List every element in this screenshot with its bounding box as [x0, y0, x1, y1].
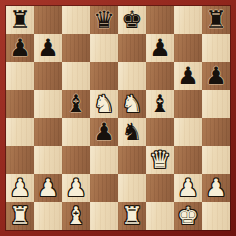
square-a4[interactable] — [6, 118, 34, 146]
square-h5[interactable] — [202, 90, 230, 118]
square-g2[interactable]: ♟ — [174, 174, 202, 202]
square-h6[interactable]: ♟ — [202, 62, 230, 90]
square-a3[interactable] — [6, 146, 34, 174]
square-h8[interactable]: ♜ — [202, 6, 230, 34]
square-b7[interactable]: ♟ — [34, 34, 62, 62]
black-king-e8[interactable]: ♚ — [121, 6, 143, 34]
square-e1[interactable]: ♜ — [118, 202, 146, 230]
square-a7[interactable]: ♟ — [6, 34, 34, 62]
white-knight-d5[interactable]: ♞ — [93, 90, 115, 118]
black-rook-h8[interactable]: ♜ — [205, 6, 227, 34]
square-g3[interactable] — [174, 146, 202, 174]
board-frame: ♜♛♚♜♟♟♟♟♟♝♞♞♝♟♞♛♟♟♟♟♟♜♝♜♚ — [0, 0, 236, 236]
square-b4[interactable] — [34, 118, 62, 146]
square-d6[interactable] — [90, 62, 118, 90]
square-f1[interactable] — [146, 202, 174, 230]
square-e3[interactable] — [118, 146, 146, 174]
square-g7[interactable] — [174, 34, 202, 62]
square-f5[interactable]: ♝ — [146, 90, 174, 118]
square-h2[interactable]: ♟ — [202, 174, 230, 202]
square-b6[interactable] — [34, 62, 62, 90]
square-d4[interactable]: ♟ — [90, 118, 118, 146]
square-f6[interactable] — [146, 62, 174, 90]
square-c6[interactable] — [62, 62, 90, 90]
white-bishop-c1[interactable]: ♝ — [65, 202, 87, 230]
square-h7[interactable] — [202, 34, 230, 62]
square-d8[interactable]: ♛ — [90, 6, 118, 34]
square-h1[interactable] — [202, 202, 230, 230]
black-pawn-a7[interactable]: ♟ — [9, 34, 31, 62]
square-d3[interactable] — [90, 146, 118, 174]
square-c7[interactable] — [62, 34, 90, 62]
square-d2[interactable] — [90, 174, 118, 202]
square-e4[interactable]: ♞ — [118, 118, 146, 146]
black-pawn-d4[interactable]: ♟ — [93, 118, 115, 146]
square-c4[interactable] — [62, 118, 90, 146]
square-e5[interactable]: ♞ — [118, 90, 146, 118]
square-d7[interactable] — [90, 34, 118, 62]
white-king-g1[interactable]: ♚ — [177, 202, 199, 230]
square-c3[interactable] — [62, 146, 90, 174]
square-a6[interactable] — [6, 62, 34, 90]
square-h3[interactable] — [202, 146, 230, 174]
white-rook-e1[interactable]: ♜ — [121, 202, 143, 230]
square-a5[interactable] — [6, 90, 34, 118]
white-pawn-a2[interactable]: ♟ — [9, 174, 31, 202]
square-b8[interactable] — [34, 6, 62, 34]
square-b3[interactable] — [34, 146, 62, 174]
square-f7[interactable]: ♟ — [146, 34, 174, 62]
square-d5[interactable]: ♞ — [90, 90, 118, 118]
square-f3[interactable]: ♛ — [146, 146, 174, 174]
square-a8[interactable]: ♜ — [6, 6, 34, 34]
black-pawn-g6[interactable]: ♟ — [177, 62, 199, 90]
square-e6[interactable] — [118, 62, 146, 90]
square-e8[interactable]: ♚ — [118, 6, 146, 34]
square-a2[interactable]: ♟ — [6, 174, 34, 202]
square-d1[interactable] — [90, 202, 118, 230]
white-pawn-b2[interactable]: ♟ — [37, 174, 59, 202]
black-bishop-f5[interactable]: ♝ — [149, 90, 171, 118]
square-b5[interactable] — [34, 90, 62, 118]
square-c2[interactable]: ♟ — [62, 174, 90, 202]
square-f2[interactable] — [146, 174, 174, 202]
black-queen-d8[interactable]: ♛ — [93, 6, 115, 34]
square-g4[interactable] — [174, 118, 202, 146]
white-pawn-h2[interactable]: ♟ — [205, 174, 227, 202]
square-g8[interactable] — [174, 6, 202, 34]
square-b2[interactable]: ♟ — [34, 174, 62, 202]
square-e7[interactable] — [118, 34, 146, 62]
square-a1[interactable]: ♜ — [6, 202, 34, 230]
square-c5[interactable]: ♝ — [62, 90, 90, 118]
square-g1[interactable]: ♚ — [174, 202, 202, 230]
square-f8[interactable] — [146, 6, 174, 34]
white-knight-e5[interactable]: ♞ — [121, 90, 143, 118]
black-pawn-h6[interactable]: ♟ — [205, 62, 227, 90]
white-pawn-g2[interactable]: ♟ — [177, 174, 199, 202]
black-rook-a8[interactable]: ♜ — [9, 6, 31, 34]
chess-board: ♜♛♚♜♟♟♟♟♟♝♞♞♝♟♞♛♟♟♟♟♟♜♝♜♚ — [6, 6, 230, 230]
square-e2[interactable] — [118, 174, 146, 202]
square-f4[interactable] — [146, 118, 174, 146]
square-b1[interactable] — [34, 202, 62, 230]
square-g6[interactable]: ♟ — [174, 62, 202, 90]
black-bishop-c5[interactable]: ♝ — [65, 90, 87, 118]
white-queen-f3[interactable]: ♛ — [149, 146, 171, 174]
square-c1[interactable]: ♝ — [62, 202, 90, 230]
black-pawn-b7[interactable]: ♟ — [37, 34, 59, 62]
square-c8[interactable] — [62, 6, 90, 34]
white-pawn-c2[interactable]: ♟ — [65, 174, 87, 202]
black-pawn-f7[interactable]: ♟ — [149, 34, 171, 62]
square-g5[interactable] — [174, 90, 202, 118]
square-h4[interactable] — [202, 118, 230, 146]
white-rook-a1[interactable]: ♜ — [9, 202, 31, 230]
black-knight-e4[interactable]: ♞ — [121, 118, 143, 146]
